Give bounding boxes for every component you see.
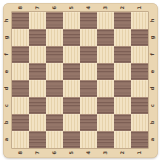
square-h3[interactable] [97,12,114,29]
square-h1[interactable] [131,12,148,29]
square-e8[interactable] [12,63,29,80]
square-e1[interactable] [131,63,148,80]
square-d2[interactable] [114,80,131,97]
square-f6[interactable] [46,46,63,63]
square-g2[interactable] [114,29,131,46]
square-a3[interactable] [97,131,114,148]
square-a4[interactable] [80,131,97,148]
square-d4[interactable] [80,80,97,97]
square-g6[interactable] [46,29,63,46]
square-a7[interactable] [29,131,46,148]
square-f2[interactable] [114,46,131,63]
square-e6[interactable] [46,63,63,80]
square-a2[interactable] [114,131,131,148]
square-f8[interactable] [12,46,29,63]
square-c2[interactable] [114,97,131,114]
square-d8[interactable] [12,80,29,97]
square-a8[interactable] [12,131,29,148]
square-e2[interactable] [114,63,131,80]
square-h8[interactable] [12,12,29,29]
file-labels-left: hgfedcba [3,12,11,148]
square-d3[interactable] [97,80,114,97]
square-a6[interactable] [46,131,63,148]
square-g7[interactable] [29,29,46,46]
square-b3[interactable] [97,114,114,131]
square-c1[interactable] [131,97,148,114]
square-g1[interactable] [131,29,148,46]
board-grid [12,12,148,148]
square-c8[interactable] [12,97,29,114]
square-h6[interactable] [46,12,63,29]
square-d1[interactable] [131,80,148,97]
square-f1[interactable] [131,46,148,63]
rank-labels-bottom: 87654321 [12,149,148,157]
square-b5[interactable] [63,114,80,131]
square-c5[interactable] [63,97,80,114]
square-e5[interactable] [63,63,80,80]
square-b4[interactable] [80,114,97,131]
square-a5[interactable] [63,131,80,148]
file-labels-right: hgfedcba [149,12,157,148]
square-f7[interactable] [29,46,46,63]
square-h2[interactable] [114,12,131,29]
square-f3[interactable] [97,46,114,63]
square-e4[interactable] [80,63,97,80]
square-b6[interactable] [46,114,63,131]
square-c3[interactable] [97,97,114,114]
square-c4[interactable] [80,97,97,114]
square-b1[interactable] [131,114,148,131]
square-b7[interactable] [29,114,46,131]
square-b2[interactable] [114,114,131,131]
square-c6[interactable] [46,97,63,114]
square-f4[interactable] [80,46,97,63]
chess-board: 87654321 87654321 hgfedcba hgfedcba [3,3,158,158]
square-a1[interactable] [131,131,148,148]
square-g3[interactable] [97,29,114,46]
square-b8[interactable] [12,114,29,131]
square-g8[interactable] [12,29,29,46]
square-g4[interactable] [80,29,97,46]
square-c7[interactable] [29,97,46,114]
square-d7[interactable] [29,80,46,97]
square-d5[interactable] [63,80,80,97]
square-h7[interactable] [29,12,46,29]
square-h4[interactable] [80,12,97,29]
square-e3[interactable] [97,63,114,80]
square-h5[interactable] [63,12,80,29]
square-e7[interactable] [29,63,46,80]
square-g5[interactable] [63,29,80,46]
square-d6[interactable] [46,80,63,97]
square-f5[interactable] [63,46,80,63]
rank-labels-top: 87654321 [12,4,148,12]
